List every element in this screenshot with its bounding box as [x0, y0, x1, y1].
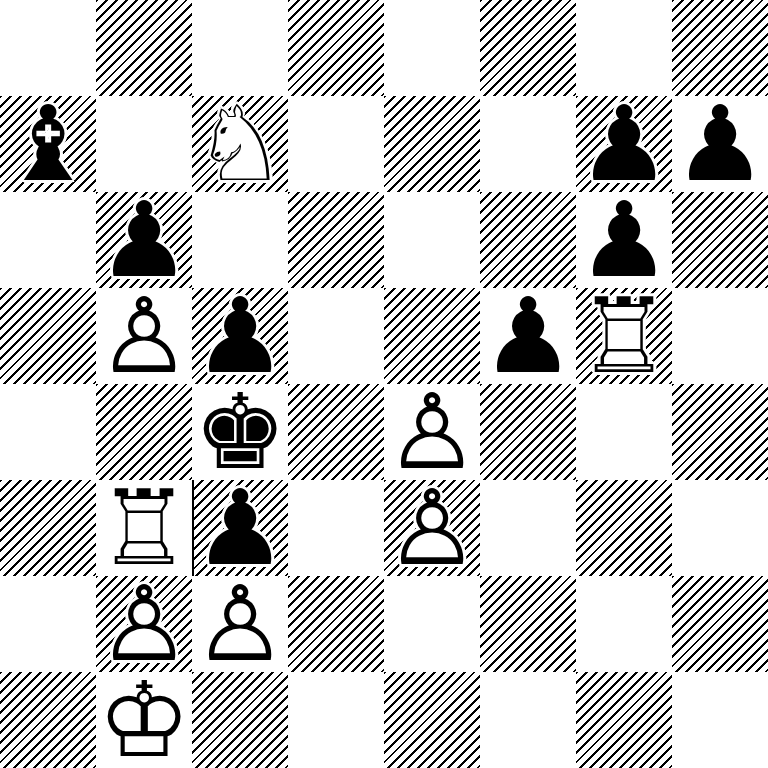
square-f2[interactable] — [480, 576, 576, 672]
square-h2[interactable] — [672, 576, 768, 672]
square-c1[interactable] — [192, 672, 288, 768]
piece-glyph: ♝ — [0, 96, 96, 192]
square-a4[interactable] — [0, 384, 96, 480]
white-king-piece[interactable]: ♚♔ — [96, 672, 192, 768]
square-e4[interactable]: ♟♙ — [384, 384, 480, 480]
black-bishop-piece[interactable]: ♝ — [0, 96, 96, 192]
piece-outline-glyph: ♙ — [96, 288, 192, 384]
piece-outline-glyph: ♖ — [96, 480, 192, 576]
piece-glyph: ♟ — [192, 480, 288, 576]
white-pawn-piece[interactable]: ♟♙ — [96, 576, 192, 672]
square-c7[interactable]: ♞♘ — [192, 96, 288, 192]
square-f6[interactable] — [480, 192, 576, 288]
square-d5[interactable] — [288, 288, 384, 384]
chess-board: ♝♞♘♟♟♟♟♟♙♟♟♜♖♚♟♙♜♖♟♟♙♟♙♟♙♚♔ — [0, 0, 768, 768]
square-a7[interactable]: ♝ — [0, 96, 96, 192]
black-pawn-piece[interactable]: ♟ — [576, 96, 672, 192]
square-a8[interactable] — [0, 0, 96, 96]
square-e3[interactable]: ♟♙ — [384, 480, 480, 576]
square-d7[interactable] — [288, 96, 384, 192]
square-d2[interactable] — [288, 576, 384, 672]
square-f1[interactable] — [480, 672, 576, 768]
square-h4[interactable] — [672, 384, 768, 480]
square-h7[interactable]: ♟ — [672, 96, 768, 192]
square-h8[interactable] — [672, 0, 768, 96]
piece-outline-glyph: ♘ — [192, 96, 288, 192]
square-c3[interactable]: ♟ — [192, 480, 288, 576]
square-b4[interactable] — [96, 384, 192, 480]
piece-glyph: ♟ — [96, 192, 192, 288]
piece-outline-glyph: ♙ — [192, 576, 288, 672]
white-pawn-piece[interactable]: ♟♙ — [192, 576, 288, 672]
square-b8[interactable] — [96, 0, 192, 96]
white-pawn-piece[interactable]: ♟♙ — [384, 480, 480, 576]
square-g2[interactable] — [576, 576, 672, 672]
square-c8[interactable] — [192, 0, 288, 96]
square-g6[interactable]: ♟ — [576, 192, 672, 288]
piece-outline-glyph: ♖ — [576, 288, 672, 384]
square-b2[interactable]: ♟♙ — [96, 576, 192, 672]
black-king-piece[interactable]: ♚ — [192, 384, 288, 480]
piece-glyph: ♟ — [672, 96, 768, 192]
square-d1[interactable] — [288, 672, 384, 768]
square-g4[interactable] — [576, 384, 672, 480]
square-c5[interactable]: ♟ — [192, 288, 288, 384]
square-e6[interactable] — [384, 192, 480, 288]
square-a6[interactable] — [0, 192, 96, 288]
square-b1[interactable]: ♚♔ — [96, 672, 192, 768]
piece-glyph: ♟ — [576, 192, 672, 288]
square-e8[interactable] — [384, 0, 480, 96]
piece-glyph: ♟ — [480, 288, 576, 384]
square-a1[interactable] — [0, 672, 96, 768]
black-pawn-piece[interactable]: ♟ — [192, 288, 288, 384]
square-d4[interactable] — [288, 384, 384, 480]
square-h6[interactable] — [672, 192, 768, 288]
black-pawn-piece[interactable]: ♟ — [672, 96, 768, 192]
square-f5[interactable]: ♟ — [480, 288, 576, 384]
square-b6[interactable]: ♟ — [96, 192, 192, 288]
black-pawn-piece[interactable]: ♟ — [576, 192, 672, 288]
square-e7[interactable] — [384, 96, 480, 192]
square-e2[interactable] — [384, 576, 480, 672]
square-f4[interactable] — [480, 384, 576, 480]
black-pawn-piece[interactable]: ♟ — [192, 480, 288, 576]
square-c4[interactable]: ♚ — [192, 384, 288, 480]
square-a3[interactable] — [0, 480, 96, 576]
white-rook-piece[interactable]: ♜♖ — [576, 288, 672, 384]
square-d6[interactable] — [288, 192, 384, 288]
piece-glyph: ♟ — [576, 96, 672, 192]
square-f8[interactable] — [480, 0, 576, 96]
square-g1[interactable] — [576, 672, 672, 768]
square-a2[interactable] — [0, 576, 96, 672]
square-b5[interactable]: ♟♙ — [96, 288, 192, 384]
square-d8[interactable] — [288, 0, 384, 96]
square-b7[interactable] — [96, 96, 192, 192]
black-pawn-piece[interactable]: ♟ — [96, 192, 192, 288]
white-rook-piece[interactable]: ♜♖ — [96, 480, 192, 576]
piece-glyph: ♟ — [192, 288, 288, 384]
black-pawn-piece[interactable]: ♟ — [480, 288, 576, 384]
square-c2[interactable]: ♟♙ — [192, 576, 288, 672]
piece-outline-glyph: ♔ — [96, 672, 192, 768]
piece-outline-glyph: ♙ — [96, 576, 192, 672]
square-e1[interactable] — [384, 672, 480, 768]
square-f3[interactable] — [480, 480, 576, 576]
white-pawn-piece[interactable]: ♟♙ — [384, 384, 480, 480]
white-knight-piece[interactable]: ♞♘ — [192, 96, 288, 192]
square-d3[interactable] — [288, 480, 384, 576]
piece-outline-glyph: ♙ — [384, 384, 480, 480]
white-pawn-piece[interactable]: ♟♙ — [96, 288, 192, 384]
square-c6[interactable] — [192, 192, 288, 288]
square-f7[interactable] — [480, 96, 576, 192]
square-a5[interactable] — [0, 288, 96, 384]
square-g3[interactable] — [576, 480, 672, 576]
piece-glyph: ♚ — [192, 384, 288, 480]
square-g7[interactable]: ♟ — [576, 96, 672, 192]
square-h5[interactable] — [672, 288, 768, 384]
square-g8[interactable] — [576, 0, 672, 96]
square-h3[interactable] — [672, 480, 768, 576]
square-b3[interactable]: ♜♖ — [96, 480, 192, 576]
square-g5[interactable]: ♜♖ — [576, 288, 672, 384]
square-h1[interactable] — [672, 672, 768, 768]
piece-outline-glyph: ♙ — [384, 480, 480, 576]
square-e5[interactable] — [384, 288, 480, 384]
